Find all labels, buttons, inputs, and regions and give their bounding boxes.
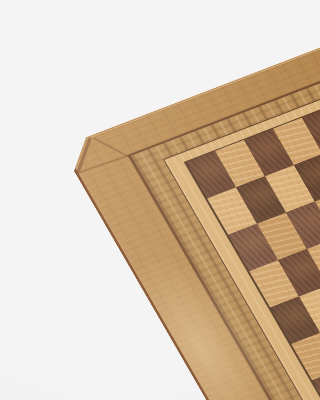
frame-miter-seam: [80, 155, 128, 173]
games-table-top: [60, 0, 320, 400]
photo-backdrop: [0, 0, 320, 400]
